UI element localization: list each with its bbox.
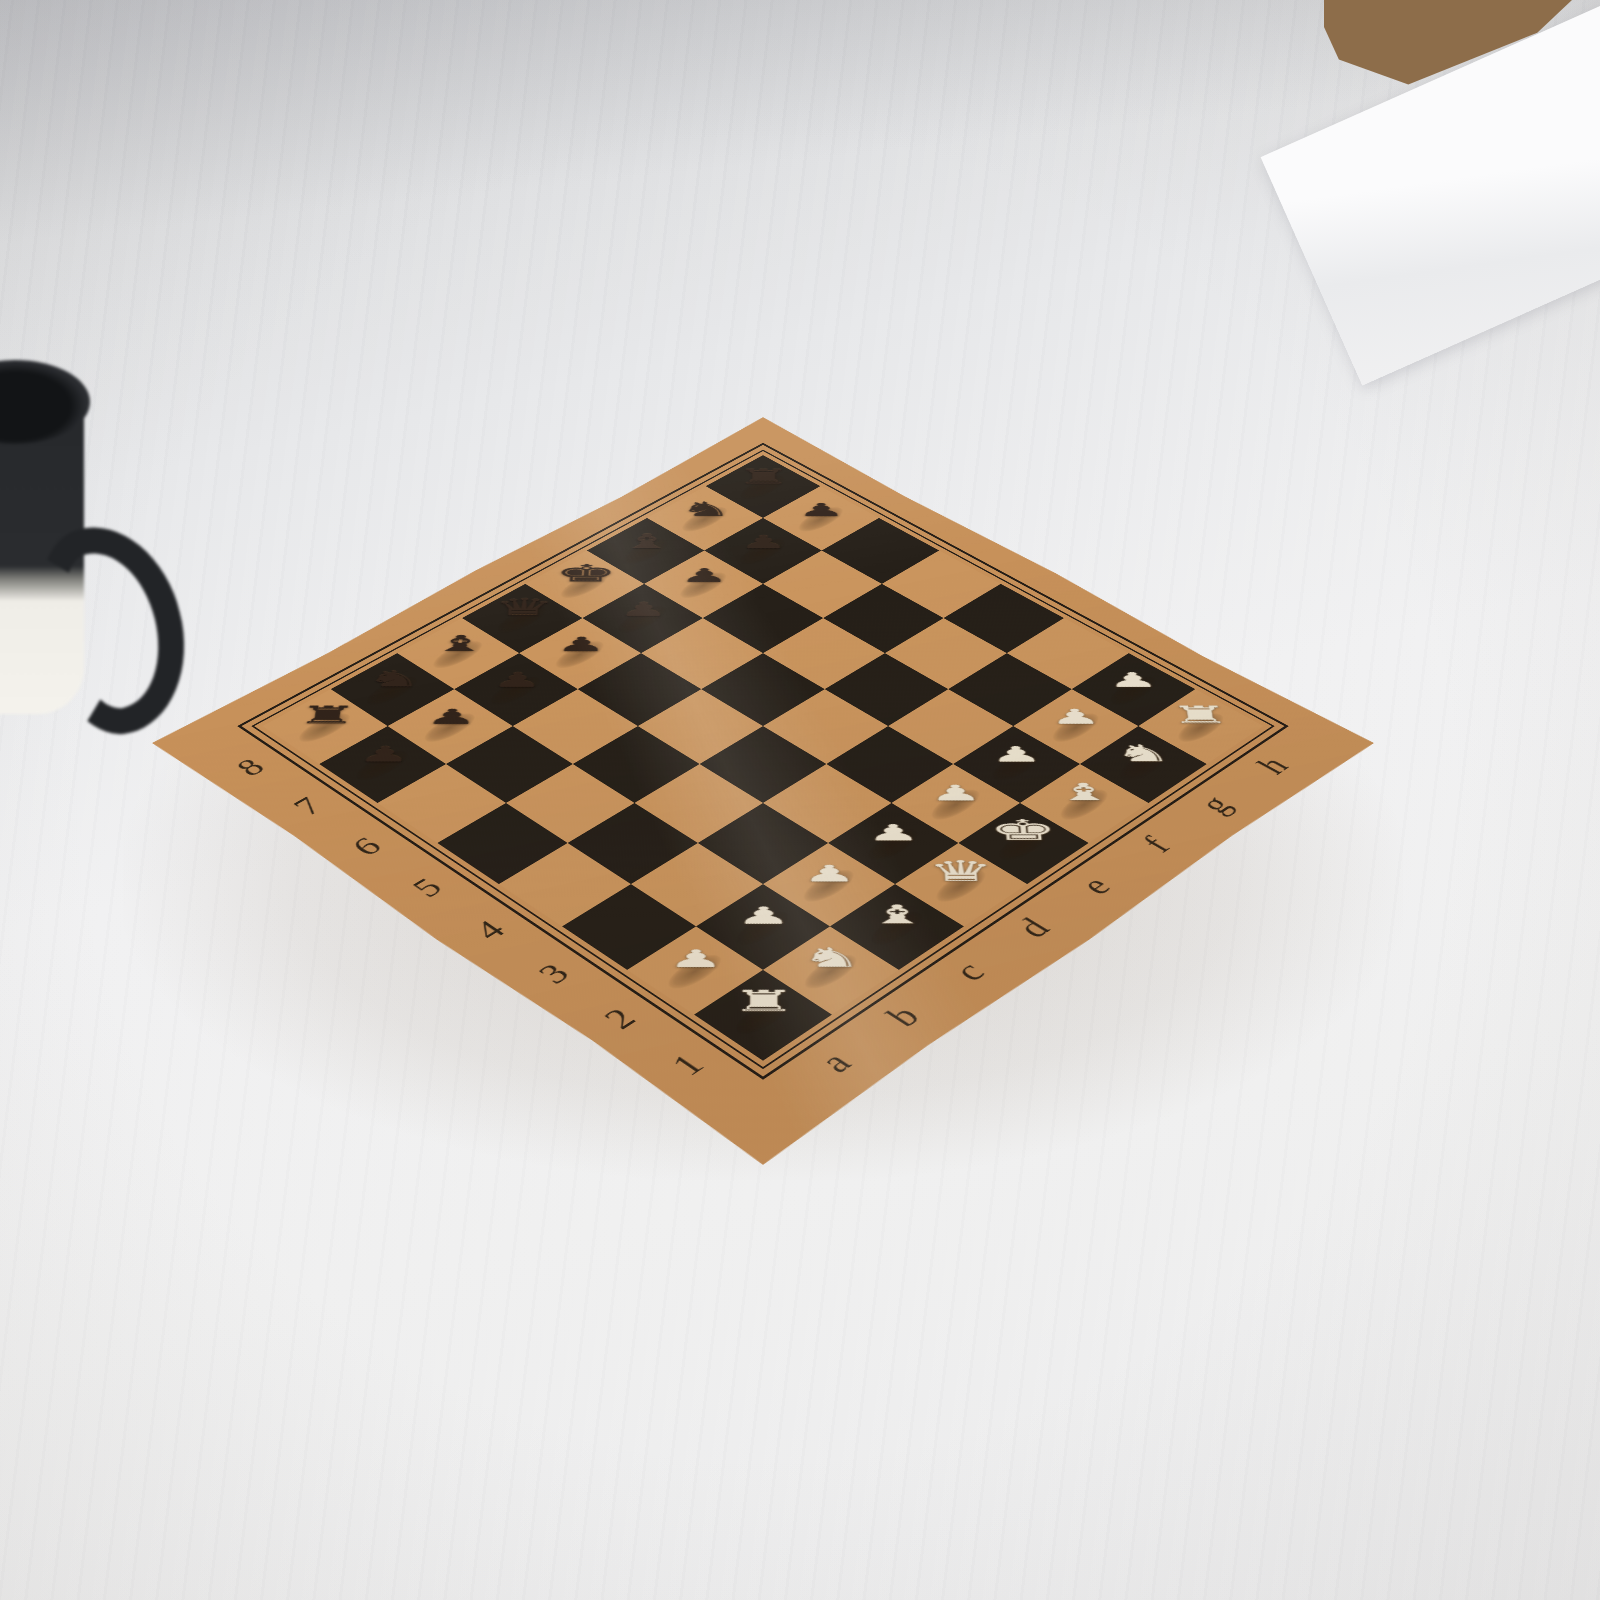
file-label-a: a: [813, 1047, 859, 1077]
piece-black-pawn-e7[interactable]: ♟: [618, 600, 668, 619]
piece-black-pawn-c7[interactable]: ♟: [490, 670, 543, 690]
rank-label-4: 4: [467, 916, 511, 945]
piece-white-knight-b1[interactable]: ♞: [800, 944, 862, 971]
piece-black-knight-b8[interactable]: ♞: [364, 668, 423, 690]
file-label-c: c: [947, 957, 992, 986]
piece-black-queen-d8[interactable]: ♛: [491, 595, 555, 619]
file-label-f: f: [1136, 832, 1177, 856]
piece-black-pawn-d7[interactable]: ♟: [555, 634, 606, 654]
piece-white-king-e1[interactable]: ♚: [987, 816, 1058, 844]
piece-black-pawn-g7[interactable]: ♟: [739, 533, 788, 551]
piece-black-rook-a8[interactable]: ♜: [295, 703, 359, 727]
rank-label-7: 7: [286, 793, 328, 820]
piece-black-bishop-f8[interactable]: ♝: [619, 531, 673, 551]
piece-black-pawn-f7[interactable]: ♟: [679, 566, 728, 585]
rank-label-5: 5: [405, 874, 449, 902]
piece-white-pawn-f2[interactable]: ♟: [989, 744, 1043, 765]
rank-label-3: 3: [531, 959, 576, 989]
piece-white-queen-d1[interactable]: ♛: [926, 857, 995, 885]
piece-white-rook-a1[interactable]: ♜: [730, 987, 797, 1016]
piece-white-pawn-e2[interactable]: ♟: [928, 782, 982, 804]
rank-label-2: 2: [596, 1003, 642, 1034]
piece-black-bishop-c8[interactable]: ♝: [430, 632, 488, 654]
coffee-mug: [0, 366, 122, 756]
piece-black-knight-g8[interactable]: ♞: [679, 499, 732, 519]
piece-white-rook-h1[interactable]: ♜: [1167, 703, 1231, 727]
piece-black-rook-h8[interactable]: ♜: [735, 467, 791, 487]
piece-white-bishop-c1[interactable]: ♝: [866, 901, 928, 927]
piece-black-pawn-a7[interactable]: ♟: [356, 744, 411, 765]
piece-black-pawn-h7[interactable]: ♟: [797, 501, 845, 519]
piece-white-pawn-g2[interactable]: ♟: [1048, 706, 1102, 727]
piece-white-pawn-c2[interactable]: ♟: [801, 862, 856, 885]
file-label-h: h: [1251, 753, 1295, 779]
table-corner-object: [1280, 0, 1600, 280]
rank-label-1: 1: [664, 1049, 711, 1081]
rank-label-8: 8: [229, 754, 270, 780]
file-label-d: d: [1011, 914, 1057, 943]
piece-white-pawn-a2[interactable]: ♟: [667, 947, 723, 971]
file-label-e: e: [1074, 872, 1118, 899]
file-label-b: b: [880, 1001, 927, 1032]
file-label-g: g: [1193, 791, 1238, 818]
piece-white-bishop-f1[interactable]: ♝: [1053, 780, 1114, 804]
piece-white-pawn-b2[interactable]: ♟: [735, 904, 790, 928]
rank-label-6: 6: [345, 833, 388, 860]
piece-white-pawn-h2[interactable]: ♟: [1106, 670, 1160, 690]
piece-white-knight-g1[interactable]: ♞: [1112, 742, 1173, 765]
piece-black-king-e8[interactable]: ♚: [553, 561, 617, 585]
piece-black-pawn-b7[interactable]: ♟: [424, 706, 478, 727]
piece-white-pawn-d2[interactable]: ♟: [866, 822, 921, 844]
